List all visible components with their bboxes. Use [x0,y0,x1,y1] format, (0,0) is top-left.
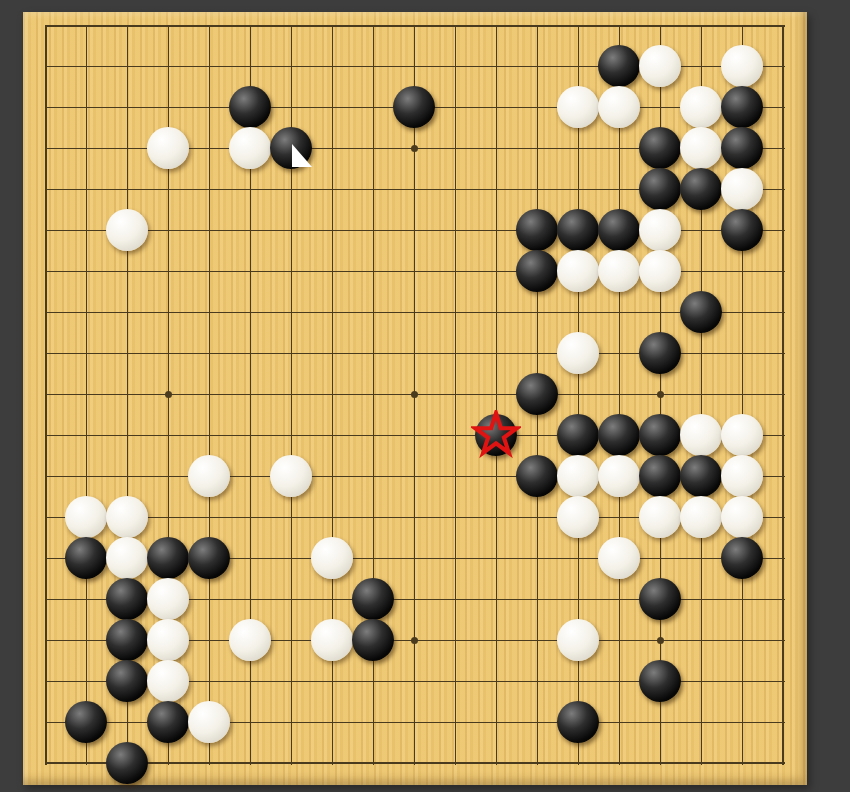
black-stone [106,742,148,784]
black-stone [721,537,763,579]
white-stone [639,209,681,251]
black-stone [598,209,640,251]
white-stone [270,455,312,497]
grid-line-vertical [782,25,784,765]
white-stone [680,86,722,128]
grid-line-horizontal [45,312,785,313]
white-stone [721,414,763,456]
black-stone [639,168,681,210]
star-point [657,637,664,644]
star-point [411,637,418,644]
white-stone [639,45,681,87]
black-stone [270,127,312,169]
white-stone [721,455,763,497]
black-stone [147,701,189,743]
grid-line-vertical [496,25,497,765]
white-stone [188,701,230,743]
star-point [165,391,172,398]
white-stone [229,619,271,661]
black-stone [680,455,722,497]
black-stone [721,86,763,128]
white-stone [557,619,599,661]
white-stone [229,127,271,169]
black-stone [639,414,681,456]
black-stone [106,619,148,661]
white-stone [65,496,107,538]
white-stone [680,496,722,538]
black-stone [639,127,681,169]
black-stone [147,537,189,579]
board-grid [45,25,783,763]
grid-line-vertical [45,25,47,765]
black-stone [516,209,558,251]
star-point [411,145,418,152]
white-stone [106,496,148,538]
white-stone [557,332,599,374]
black-stone [106,660,148,702]
white-stone [598,537,640,579]
grid-line-vertical [619,25,620,765]
black-stone [557,209,599,251]
white-stone [557,86,599,128]
black-stone [639,578,681,620]
white-stone [721,168,763,210]
white-stone [598,455,640,497]
black-stone [680,291,722,333]
white-stone [598,250,640,292]
black-stone [680,168,722,210]
black-stone [229,86,271,128]
black-stone [393,86,435,128]
star-point [411,391,418,398]
go-board[interactable] [23,12,807,785]
black-stone [516,250,558,292]
white-stone [557,455,599,497]
black-stone [598,45,640,87]
black-stone [721,127,763,169]
grid-line-vertical [86,25,87,765]
white-stone [188,455,230,497]
black-stone [106,578,148,620]
star-point [657,391,664,398]
black-stone [352,619,394,661]
white-stone [598,86,640,128]
black-stone [721,209,763,251]
black-stone [557,414,599,456]
black-stone [65,537,107,579]
white-stone [639,250,681,292]
white-stone [721,496,763,538]
white-stone [147,660,189,702]
white-stone [680,127,722,169]
white-stone [639,496,681,538]
white-stone [721,45,763,87]
white-stone [106,209,148,251]
grid-line-horizontal [45,762,785,764]
black-stone [516,455,558,497]
black-stone [639,455,681,497]
white-stone [557,496,599,538]
white-stone [680,414,722,456]
black-stone [516,373,558,415]
white-stone [557,250,599,292]
black-stone [475,414,517,456]
grid-line-vertical [455,25,456,765]
white-stone [106,537,148,579]
black-stone [65,701,107,743]
black-stone [352,578,394,620]
black-stone [557,701,599,743]
grid-line-vertical [209,25,210,765]
black-stone [639,660,681,702]
white-stone [311,619,353,661]
black-stone [639,332,681,374]
white-stone [311,537,353,579]
white-stone [147,127,189,169]
black-stone [598,414,640,456]
black-stone [188,537,230,579]
white-stone [147,619,189,661]
white-stone [147,578,189,620]
grid-line-horizontal [45,25,785,27]
